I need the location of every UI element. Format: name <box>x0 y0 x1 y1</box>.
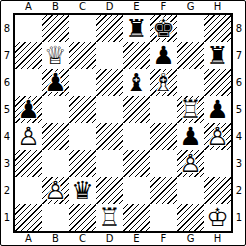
piece-fill-backing: ♝ <box>123 69 150 96</box>
square-h6[interactable] <box>204 69 231 96</box>
piece-fill-backing: ♟ <box>15 96 42 123</box>
white-king-h1: ♔ <box>204 204 231 231</box>
piece-fill-backing: ♜ <box>177 96 204 123</box>
square-f5[interactable] <box>150 96 177 123</box>
square-a4[interactable]: ♟♙ <box>15 123 42 150</box>
rank-label-7-left: 7 <box>1 42 13 69</box>
rank-label-4-left: 4 <box>1 123 13 150</box>
square-d6[interactable] <box>96 69 123 96</box>
square-b3[interactable] <box>42 150 69 177</box>
piece-fill-backing: ♛ <box>42 42 69 69</box>
rank-label-7-right: 7 <box>233 42 245 69</box>
black-queen-c2: ♛ <box>69 177 96 204</box>
square-c4[interactable] <box>69 123 96 150</box>
white-rook-d1: ♖ <box>96 204 123 231</box>
rank-label-5-right: 5 <box>233 96 245 123</box>
piece-fill-backing: ♟ <box>204 96 231 123</box>
square-a1[interactable] <box>15 204 42 231</box>
chess-diagram: ABCDEFGH 87654321 ♜♜♚♚♛♕♟♟♜♜♟♟♝♝♝♗♟♟♜♖♟♟… <box>0 0 246 246</box>
rank-label-6-left: 6 <box>1 69 13 96</box>
black-pawn-a5: ♟ <box>15 96 42 123</box>
rank-label-8-left: 8 <box>1 15 13 42</box>
square-g1[interactable] <box>177 204 204 231</box>
square-a5[interactable]: ♟♟ <box>15 96 42 123</box>
square-g2[interactable] <box>177 177 204 204</box>
file-label-e-bottom: E <box>123 233 150 245</box>
piece-fill-backing: ♟ <box>15 123 42 150</box>
black-bishop-e6: ♝ <box>123 69 150 96</box>
file-label-d-top: D <box>96 1 123 13</box>
square-g3[interactable]: ♟♙ <box>177 150 204 177</box>
rank-label-1-right: 1 <box>233 204 245 231</box>
square-c2[interactable]: ♛♛ <box>69 177 96 204</box>
file-labels-bottom: ABCDEFGH <box>13 233 233 245</box>
square-b8[interactable] <box>42 15 69 42</box>
square-f2[interactable] <box>150 177 177 204</box>
square-g5[interactable]: ♜♖ <box>177 96 204 123</box>
square-e6[interactable]: ♝♝ <box>123 69 150 96</box>
square-a3[interactable] <box>15 150 42 177</box>
square-f6[interactable]: ♝♗ <box>150 69 177 96</box>
square-h1[interactable]: ♚♔ <box>204 204 231 231</box>
rank-label-2-right: 2 <box>233 177 245 204</box>
square-f3[interactable] <box>150 150 177 177</box>
file-label-a-top: A <box>15 1 42 13</box>
piece-fill-backing: ♜ <box>96 204 123 231</box>
piece-fill-backing: ♟ <box>42 69 69 96</box>
square-a8[interactable] <box>15 15 42 42</box>
black-rook-e8: ♜ <box>123 15 150 42</box>
square-h4[interactable]: ♟♙ <box>204 123 231 150</box>
square-h2[interactable] <box>204 177 231 204</box>
square-g7[interactable] <box>177 42 204 69</box>
square-a2[interactable] <box>15 177 42 204</box>
rank-labels-left: 87654321 <box>1 13 13 233</box>
piece-fill-backing: ♟ <box>150 42 177 69</box>
square-a6[interactable] <box>15 69 42 96</box>
rank-label-3-right: 3 <box>233 150 245 177</box>
piece-fill-backing: ♟ <box>204 123 231 150</box>
square-h5[interactable]: ♟♟ <box>204 96 231 123</box>
rank-label-6-right: 6 <box>233 69 245 96</box>
piece-fill-backing: ♜ <box>123 15 150 42</box>
square-b2[interactable]: ♟♙ <box>42 177 69 204</box>
black-king-f8: ♚ <box>150 15 177 42</box>
square-d3[interactable] <box>96 150 123 177</box>
rank-label-8-right: 8 <box>233 15 245 42</box>
square-b1[interactable] <box>42 204 69 231</box>
square-d4[interactable] <box>96 123 123 150</box>
piece-fill-backing: ♜ <box>204 42 231 69</box>
file-label-c-bottom: C <box>69 233 96 245</box>
square-h3[interactable] <box>204 150 231 177</box>
square-f8[interactable]: ♚♚ <box>150 15 177 42</box>
file-label-a-bottom: A <box>15 233 42 245</box>
square-c8[interactable] <box>69 15 96 42</box>
file-label-h-bottom: H <box>204 233 231 245</box>
square-b5[interactable] <box>42 96 69 123</box>
square-b6[interactable]: ♟♟ <box>42 69 69 96</box>
square-c5[interactable] <box>69 96 96 123</box>
square-e1[interactable] <box>123 204 150 231</box>
square-c3[interactable] <box>69 150 96 177</box>
square-f1[interactable] <box>150 204 177 231</box>
piece-fill-backing: ♝ <box>150 69 177 96</box>
file-label-c-top: C <box>69 1 96 13</box>
square-e2[interactable] <box>123 177 150 204</box>
file-label-e-top: E <box>123 1 150 13</box>
square-e8[interactable]: ♜♜ <box>123 15 150 42</box>
piece-fill-backing: ♟ <box>177 123 204 150</box>
rank-label-1-left: 1 <box>1 204 13 231</box>
black-pawn-b6: ♟ <box>42 69 69 96</box>
file-label-g-top: G <box>177 1 204 13</box>
square-c1[interactable] <box>69 204 96 231</box>
black-pawn-h5: ♟ <box>204 96 231 123</box>
file-label-g-bottom: G <box>177 233 204 245</box>
rank-label-2-left: 2 <box>1 177 13 204</box>
piece-fill-backing: ♛ <box>69 177 96 204</box>
square-d2[interactable] <box>96 177 123 204</box>
square-f4[interactable] <box>150 123 177 150</box>
white-pawn-g3: ♙ <box>177 150 204 177</box>
white-pawn-h4: ♙ <box>204 123 231 150</box>
square-c6[interactable] <box>69 69 96 96</box>
piece-fill-backing: ♚ <box>150 15 177 42</box>
piece-fill-backing: ♚ <box>204 204 231 231</box>
square-c7[interactable] <box>69 42 96 69</box>
rank-label-5-left: 5 <box>1 96 13 123</box>
file-label-b-bottom: B <box>42 233 69 245</box>
rank-label-3-left: 3 <box>1 150 13 177</box>
square-e4[interactable] <box>123 123 150 150</box>
square-g4[interactable]: ♟♟ <box>177 123 204 150</box>
square-f7[interactable]: ♟♟ <box>150 42 177 69</box>
square-d5[interactable] <box>96 96 123 123</box>
file-label-b-top: B <box>42 1 69 13</box>
black-pawn-f7: ♟ <box>150 42 177 69</box>
file-label-h-top: H <box>204 1 231 13</box>
square-b7[interactable]: ♛♕ <box>42 42 69 69</box>
square-h8[interactable] <box>204 15 231 42</box>
square-e7[interactable] <box>123 42 150 69</box>
square-d7[interactable] <box>96 42 123 69</box>
square-e5[interactable] <box>123 96 150 123</box>
file-label-d-bottom: D <box>96 233 123 245</box>
file-label-f-bottom: F <box>150 233 177 245</box>
square-b4[interactable] <box>42 123 69 150</box>
rank-label-4-right: 4 <box>233 123 245 150</box>
square-h7[interactable]: ♜♜ <box>204 42 231 69</box>
chess-board[interactable]: ♜♜♚♚♛♕♟♟♜♜♟♟♝♝♝♗♟♟♜♖♟♟♟♙♟♟♟♙♟♙♟♙♛♛♜♖♚♔ <box>13 13 233 233</box>
square-g8[interactable] <box>177 15 204 42</box>
white-queen-b7: ♕ <box>42 42 69 69</box>
piece-fill-backing: ♟ <box>42 177 69 204</box>
white-pawn-b2: ♙ <box>42 177 69 204</box>
square-a7[interactable] <box>15 42 42 69</box>
rank-labels-right: 87654321 <box>233 13 245 233</box>
file-labels-top: ABCDEFGH <box>13 1 233 13</box>
square-d8[interactable] <box>96 15 123 42</box>
square-g6[interactable] <box>177 69 204 96</box>
white-rook-g5: ♖ <box>177 96 204 123</box>
file-label-f-top: F <box>150 1 177 13</box>
white-bishop-f6: ♗ <box>150 69 177 96</box>
square-d1[interactable]: ♜♖ <box>96 204 123 231</box>
square-e3[interactable] <box>123 150 150 177</box>
black-rook-h7: ♜ <box>204 42 231 69</box>
white-pawn-a4: ♙ <box>15 123 42 150</box>
black-pawn-g4: ♟ <box>177 123 204 150</box>
piece-fill-backing: ♟ <box>177 150 204 177</box>
